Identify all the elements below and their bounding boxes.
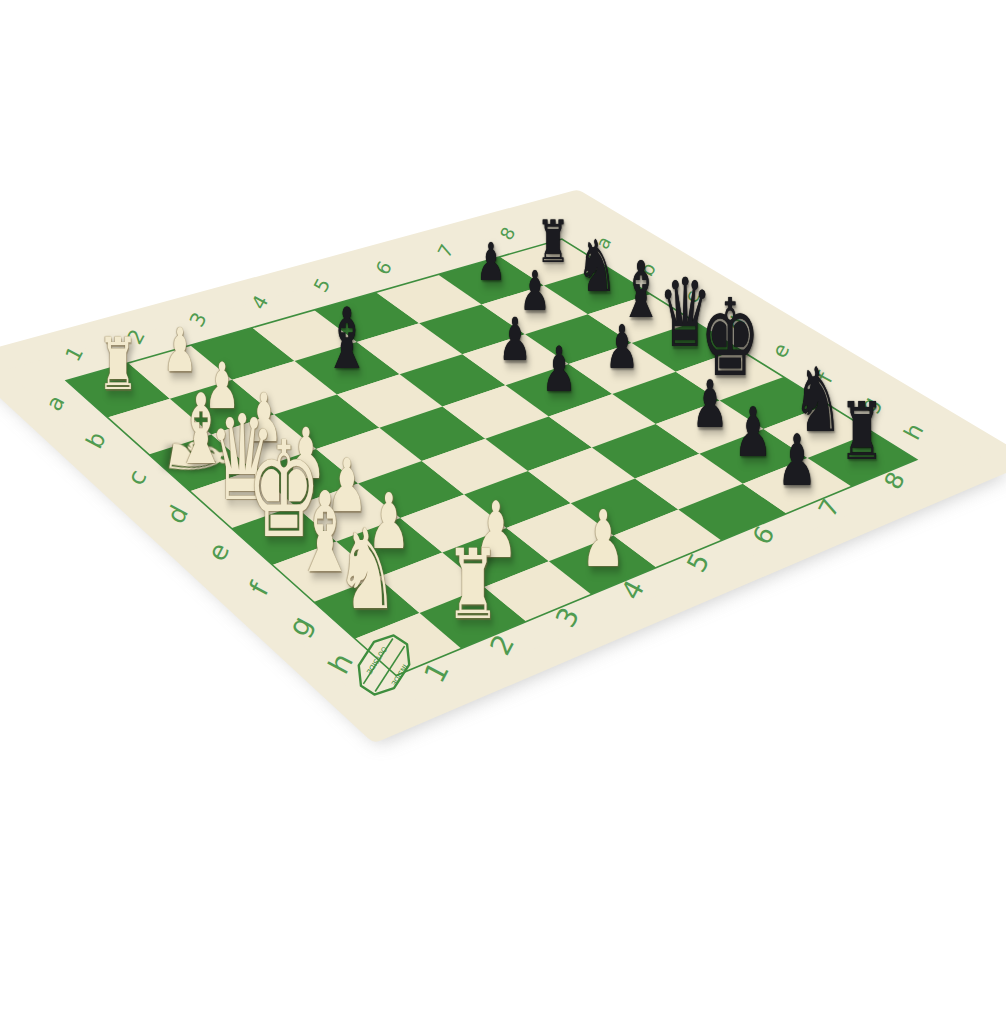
- piece-black-knight-b8[interactable]: ♞: [577, 230, 617, 302]
- piece-black-pawn-g7[interactable]: ♟: [734, 399, 773, 467]
- piece-black-pawn-d6[interactable]: ♟: [541, 338, 576, 400]
- piece-black-pawn-f7[interactable]: ♟: [691, 372, 728, 438]
- product-photo-stage: 11aa22bb33cc44dd55ee66ff77gg88hhOUTSIDEI…: [0, 0, 1006, 1024]
- piece-black-pawn-h7[interactable]: ♟: [777, 426, 817, 497]
- piece-black-bishop-b4[interactable]: ♝: [323, 297, 371, 381]
- piece-black-pawn-d7[interactable]: ♟: [605, 318, 639, 378]
- piece-white-pawn-h4[interactable]: ♟: [580, 499, 624, 577]
- piece-black-rook-h8[interactable]: ♜: [840, 393, 885, 472]
- piece-black-pawn-c6[interactable]: ♟: [499, 310, 533, 369]
- piece-black-pawn-a7[interactable]: ♟: [476, 237, 505, 289]
- piece-white-knight-g1[interactable]: ♞: [335, 515, 398, 626]
- piece-white-rook-a1[interactable]: ♜: [98, 330, 139, 402]
- piece-white-rook-h2[interactable]: ♜: [446, 537, 500, 633]
- piece-white-pawn-a2[interactable]: ♟: [163, 321, 197, 381]
